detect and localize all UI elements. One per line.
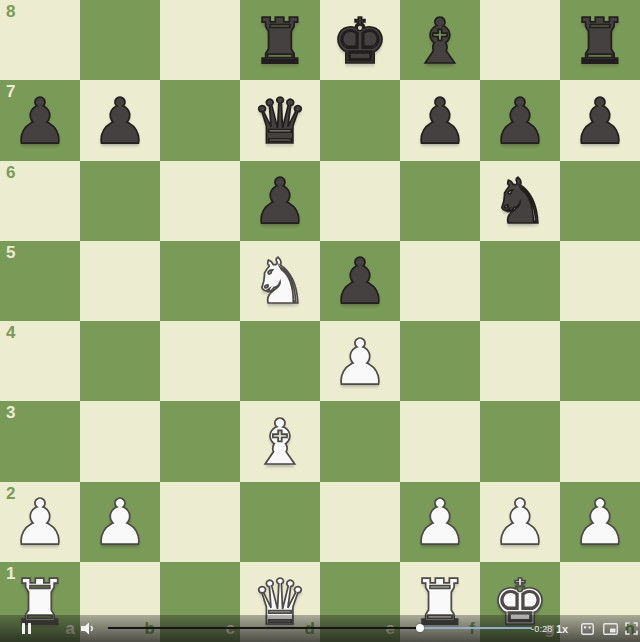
speaker-icon — [81, 622, 97, 635]
square-d3[interactable]: ♝ — [240, 401, 320, 481]
square-d7[interactable]: ♛ — [240, 80, 320, 160]
square-g8[interactable] — [480, 0, 560, 80]
square-b4[interactable] — [80, 321, 160, 401]
square-c2[interactable] — [160, 482, 240, 562]
square-e5[interactable]: ♟ — [320, 241, 400, 321]
square-h8[interactable]: ♜ — [560, 0, 640, 80]
rank-label-2: 2 — [6, 484, 15, 504]
square-a6[interactable]: 6 — [0, 161, 80, 241]
square-h7[interactable]: ♟ — [560, 80, 640, 160]
square-f8[interactable]: ♝ — [400, 0, 480, 80]
piece-black-pawn[interactable]: ♟ — [400, 81, 480, 161]
pause-icon — [22, 623, 25, 634]
square-h4[interactable] — [560, 321, 640, 401]
square-e6[interactable] — [320, 161, 400, 241]
square-h2[interactable]: ♟ — [560, 482, 640, 562]
square-g4[interactable] — [480, 321, 560, 401]
square-b8[interactable] — [80, 0, 160, 80]
square-a4[interactable]: 4 — [0, 321, 80, 401]
piece-white-pawn[interactable]: ♟ — [80, 483, 160, 563]
rank-label-6: 6 — [6, 163, 15, 183]
square-f3[interactable] — [400, 401, 480, 481]
rank-label-4: 4 — [6, 323, 15, 343]
piece-black-king[interactable]: ♚ — [320, 1, 400, 81]
pip-button[interactable] — [602, 622, 619, 635]
square-g3[interactable] — [480, 401, 560, 481]
chess-board: 8♜♚♝♜7♟♟♛♟♟♟6♟♞5♞♟4♟3♝2♟♟♟♟♟1a♜bcd♛ef♜g♚… — [0, 0, 640, 642]
piece-black-bishop[interactable]: ♝ — [400, 1, 480, 81]
square-b5[interactable] — [80, 241, 160, 321]
grid-icon — [581, 623, 594, 635]
square-d8[interactable]: ♜ — [240, 0, 320, 80]
rank-label-5: 5 — [6, 243, 15, 263]
time-remaining: -0:28 — [531, 623, 553, 634]
square-g6[interactable]: ♞ — [480, 161, 560, 241]
square-d6[interactable]: ♟ — [240, 161, 320, 241]
square-c4[interactable] — [160, 321, 240, 401]
piece-black-pawn[interactable]: ♟ — [320, 242, 400, 322]
square-a5[interactable]: 5 — [0, 241, 80, 321]
square-c6[interactable] — [160, 161, 240, 241]
square-a2[interactable]: 2♟ — [0, 482, 80, 562]
square-f2[interactable]: ♟ — [400, 482, 480, 562]
piece-black-pawn[interactable]: ♟ — [480, 81, 560, 161]
rank-label-7: 7 — [6, 82, 15, 102]
fullscreen-button[interactable] — [624, 621, 638, 635]
square-c3[interactable] — [160, 401, 240, 481]
square-g2[interactable]: ♟ — [480, 482, 560, 562]
square-h6[interactable] — [560, 161, 640, 241]
volume-button[interactable] — [80, 622, 98, 635]
progress-knob[interactable] — [416, 624, 424, 632]
piece-white-knight[interactable]: ♞ — [240, 242, 320, 322]
square-e4[interactable]: ♟ — [320, 321, 400, 401]
piece-white-pawn[interactable]: ♟ — [320, 322, 400, 402]
square-f7[interactable]: ♟ — [400, 80, 480, 160]
square-b2[interactable]: ♟ — [80, 482, 160, 562]
piece-black-queen[interactable]: ♛ — [240, 81, 320, 161]
piece-white-pawn[interactable]: ♟ — [480, 483, 560, 563]
square-a8[interactable]: 8 — [0, 0, 80, 80]
piece-black-pawn[interactable]: ♟ — [240, 162, 320, 242]
square-e3[interactable] — [320, 401, 400, 481]
square-e7[interactable] — [320, 80, 400, 160]
rank-label-8: 8 — [6, 2, 15, 22]
square-h3[interactable] — [560, 401, 640, 481]
video-player-bar: -0:28 1x — [0, 615, 640, 642]
playback-speed-button[interactable]: 1x — [556, 622, 568, 635]
square-b7[interactable]: ♟ — [80, 80, 160, 160]
piece-black-knight[interactable]: ♞ — [480, 162, 560, 242]
piece-black-rook[interactable]: ♜ — [240, 1, 320, 81]
piece-white-pawn[interactable]: ♟ — [560, 483, 640, 563]
grid-button[interactable] — [580, 622, 595, 635]
square-f4[interactable] — [400, 321, 480, 401]
rank-label-3: 3 — [6, 403, 15, 423]
square-h5[interactable] — [560, 241, 640, 321]
square-b3[interactable] — [80, 401, 160, 481]
square-a3[interactable]: 3 — [0, 401, 80, 481]
square-e8[interactable]: ♚ — [320, 0, 400, 80]
square-b6[interactable] — [80, 161, 160, 241]
picture-in-picture-icon — [603, 623, 618, 635]
rank-label-1: 1 — [6, 564, 15, 584]
piece-black-rook[interactable]: ♜ — [560, 1, 640, 81]
square-c8[interactable] — [160, 0, 240, 80]
square-f6[interactable] — [400, 161, 480, 241]
piece-white-pawn[interactable]: ♟ — [400, 483, 480, 563]
progress-remaining — [420, 627, 532, 629]
piece-white-bishop[interactable]: ♝ — [240, 402, 320, 482]
square-d2[interactable] — [240, 482, 320, 562]
square-a7[interactable]: 7♟ — [0, 80, 80, 160]
video-frame: 8♜♚♝♜7♟♟♛♟♟♟6♟♞5♞♟4♟3♝2♟♟♟♟♟1a♜bcd♛ef♜g♚… — [0, 0, 640, 642]
pause-icon — [28, 623, 31, 634]
progress-bar[interactable] — [108, 627, 532, 630]
pause-button[interactable] — [19, 622, 33, 635]
square-g7[interactable]: ♟ — [480, 80, 560, 160]
square-c7[interactable] — [160, 80, 240, 160]
square-f5[interactable] — [400, 241, 480, 321]
square-c5[interactable] — [160, 241, 240, 321]
square-d4[interactable] — [240, 321, 320, 401]
piece-black-pawn[interactable]: ♟ — [560, 81, 640, 161]
square-g5[interactable] — [480, 241, 560, 321]
piece-black-pawn[interactable]: ♟ — [80, 81, 160, 161]
square-e2[interactable] — [320, 482, 400, 562]
fullscreen-icon — [625, 622, 638, 635]
progress-elapsed — [108, 627, 420, 629]
square-d5[interactable]: ♞ — [240, 241, 320, 321]
